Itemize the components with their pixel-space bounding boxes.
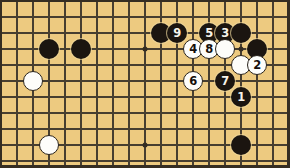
black-stone[interactable]: 9 xyxy=(167,23,187,43)
intersection[interactable] xyxy=(121,137,137,153)
white-stone[interactable] xyxy=(215,39,235,59)
black-stone[interactable]: 7 xyxy=(215,71,235,91)
intersection[interactable] xyxy=(0,73,9,89)
intersection[interactable] xyxy=(89,25,105,41)
intersection[interactable] xyxy=(137,9,153,25)
intersection[interactable] xyxy=(0,105,9,121)
intersection[interactable] xyxy=(73,105,89,121)
intersection[interactable] xyxy=(121,121,137,137)
intersection[interactable] xyxy=(201,89,217,105)
intersection[interactable] xyxy=(137,89,153,105)
intersection[interactable] xyxy=(25,153,41,168)
intersection[interactable] xyxy=(249,73,265,89)
move-number: 8 xyxy=(205,44,213,56)
intersection[interactable] xyxy=(121,25,137,41)
intersection[interactable] xyxy=(105,0,121,9)
intersection[interactable] xyxy=(41,57,57,73)
move-number: 5 xyxy=(205,28,213,40)
intersection[interactable] xyxy=(9,57,25,73)
intersection[interactable] xyxy=(265,105,281,121)
intersection[interactable] xyxy=(57,9,73,25)
move-number: 4 xyxy=(189,44,197,56)
intersection[interactable] xyxy=(57,105,73,121)
intersection[interactable] xyxy=(249,153,265,168)
black-stone[interactable] xyxy=(231,135,251,155)
intersection[interactable] xyxy=(201,121,217,137)
intersection[interactable] xyxy=(25,25,41,41)
intersection[interactable] xyxy=(121,9,137,25)
intersection[interactable] xyxy=(217,41,233,57)
intersection[interactable] xyxy=(57,25,73,41)
intersection[interactable] xyxy=(121,73,137,89)
intersection[interactable] xyxy=(89,89,105,105)
intersection[interactable] xyxy=(265,121,281,137)
intersection[interactable] xyxy=(89,0,105,9)
black-stone[interactable]: 1 xyxy=(231,87,251,107)
intersection[interactable] xyxy=(249,89,265,105)
intersection[interactable] xyxy=(105,121,121,137)
intersection[interactable]: 2 xyxy=(249,57,265,73)
white-stone[interactable] xyxy=(23,71,43,91)
intersection[interactable] xyxy=(281,153,290,168)
move-number: 9 xyxy=(173,28,181,40)
intersection[interactable] xyxy=(9,41,25,57)
intersection[interactable] xyxy=(57,121,73,137)
move-number: 3 xyxy=(221,28,229,40)
intersection[interactable] xyxy=(249,105,265,121)
intersection[interactable] xyxy=(281,25,290,41)
intersection[interactable] xyxy=(25,105,41,121)
intersection[interactable] xyxy=(9,25,25,41)
intersection[interactable] xyxy=(105,137,121,153)
intersection[interactable] xyxy=(281,121,290,137)
intersection[interactable] xyxy=(265,9,281,25)
intersection[interactable] xyxy=(9,0,25,9)
intersection[interactable] xyxy=(105,25,121,41)
intersection[interactable] xyxy=(185,89,201,105)
intersection[interactable] xyxy=(57,137,73,153)
intersection[interactable] xyxy=(153,0,169,9)
intersection[interactable] xyxy=(137,0,153,9)
intersection[interactable] xyxy=(153,89,169,105)
intersection[interactable] xyxy=(73,153,89,168)
move-number: 1 xyxy=(237,92,245,104)
intersection[interactable] xyxy=(0,25,9,41)
intersection[interactable] xyxy=(0,41,9,57)
black-stone[interactable] xyxy=(39,39,59,59)
white-stone[interactable]: 6 xyxy=(183,71,203,91)
intersection[interactable] xyxy=(89,57,105,73)
intersection[interactable] xyxy=(121,57,137,73)
intersection[interactable] xyxy=(89,121,105,137)
intersection[interactable] xyxy=(41,105,57,121)
intersection[interactable] xyxy=(0,137,9,153)
intersection[interactable] xyxy=(265,89,281,105)
black-stone[interactable] xyxy=(71,39,91,59)
intersection[interactable] xyxy=(73,73,89,89)
intersection[interactable] xyxy=(233,0,249,9)
intersection[interactable] xyxy=(41,73,57,89)
intersection[interactable] xyxy=(121,89,137,105)
intersection[interactable] xyxy=(105,153,121,168)
intersection[interactable] xyxy=(169,57,185,73)
intersection[interactable]: 9 xyxy=(169,25,185,41)
white-stone[interactable]: 2 xyxy=(247,55,267,75)
move-number: 6 xyxy=(189,76,197,88)
intersection[interactable] xyxy=(89,9,105,25)
intersection[interactable] xyxy=(121,0,137,9)
intersection[interactable] xyxy=(217,153,233,168)
intersection[interactable] xyxy=(89,41,105,57)
intersection[interactable] xyxy=(249,137,265,153)
intersection[interactable] xyxy=(9,137,25,153)
intersection[interactable] xyxy=(73,137,89,153)
intersection[interactable] xyxy=(249,0,265,9)
go-diagram: 953482671 xyxy=(0,0,290,168)
intersection[interactable] xyxy=(201,105,217,121)
intersection[interactable] xyxy=(153,121,169,137)
intersection[interactable] xyxy=(169,153,185,168)
intersection[interactable] xyxy=(265,25,281,41)
intersection[interactable] xyxy=(41,153,57,168)
intersection[interactable] xyxy=(0,57,9,73)
intersection[interactable] xyxy=(233,105,249,121)
intersection[interactable] xyxy=(41,137,57,153)
intersection[interactable] xyxy=(9,9,25,25)
intersection[interactable] xyxy=(89,137,105,153)
intersection[interactable] xyxy=(105,73,121,89)
intersection[interactable] xyxy=(0,121,9,137)
intersection[interactable] xyxy=(185,9,201,25)
intersection[interactable] xyxy=(57,0,73,9)
intersection[interactable] xyxy=(137,57,153,73)
intersection[interactable] xyxy=(201,57,217,73)
intersection[interactable] xyxy=(25,73,41,89)
intersection[interactable] xyxy=(281,137,290,153)
move-number: 7 xyxy=(221,76,229,88)
intersection[interactable] xyxy=(73,89,89,105)
intersection[interactable] xyxy=(217,0,233,9)
intersection[interactable] xyxy=(153,105,169,121)
intersection[interactable] xyxy=(41,9,57,25)
intersection[interactable] xyxy=(89,73,105,89)
intersection[interactable] xyxy=(233,25,249,41)
intersection[interactable] xyxy=(57,153,73,168)
intersection[interactable] xyxy=(89,105,105,121)
intersection[interactable] xyxy=(25,9,41,25)
intersection[interactable] xyxy=(0,0,9,9)
intersection[interactable]: 6 xyxy=(185,73,201,89)
intersection[interactable] xyxy=(265,41,281,57)
black-stone[interactable] xyxy=(231,23,251,43)
intersection[interactable] xyxy=(217,121,233,137)
intersection[interactable] xyxy=(185,0,201,9)
intersection[interactable] xyxy=(169,105,185,121)
intersection[interactable] xyxy=(9,89,25,105)
intersection[interactable] xyxy=(265,57,281,73)
intersection[interactable] xyxy=(25,121,41,137)
intersection[interactable] xyxy=(233,137,249,153)
intersection[interactable] xyxy=(153,137,169,153)
intersection[interactable] xyxy=(41,41,57,57)
intersection[interactable] xyxy=(73,0,89,9)
intersection[interactable] xyxy=(137,137,153,153)
intersection[interactable] xyxy=(137,41,153,57)
intersection[interactable] xyxy=(169,121,185,137)
intersection[interactable] xyxy=(137,105,153,121)
intersection[interactable] xyxy=(169,89,185,105)
intersection[interactable] xyxy=(265,153,281,168)
intersection[interactable] xyxy=(73,9,89,25)
intersection[interactable] xyxy=(121,153,137,168)
intersection[interactable] xyxy=(153,73,169,89)
intersection[interactable] xyxy=(25,89,41,105)
intersection[interactable] xyxy=(121,41,137,57)
intersection[interactable] xyxy=(73,57,89,73)
intersection[interactable] xyxy=(281,105,290,121)
intersection[interactable] xyxy=(9,105,25,121)
intersection[interactable] xyxy=(185,121,201,137)
intersection[interactable] xyxy=(153,57,169,73)
intersection[interactable] xyxy=(169,0,185,9)
intersection[interactable] xyxy=(137,153,153,168)
move-number: 2 xyxy=(253,60,261,72)
intersection[interactable] xyxy=(169,137,185,153)
intersection[interactable] xyxy=(105,89,121,105)
intersection[interactable] xyxy=(0,9,9,25)
intersection[interactable] xyxy=(281,0,290,9)
intersection[interactable] xyxy=(9,121,25,137)
intersection[interactable] xyxy=(121,105,137,121)
intersection[interactable] xyxy=(0,153,9,168)
white-stone[interactable] xyxy=(39,135,59,155)
intersection[interactable] xyxy=(57,73,73,89)
star-point xyxy=(239,47,244,52)
intersection[interactable]: 7 xyxy=(217,73,233,89)
intersection[interactable] xyxy=(105,41,121,57)
intersection[interactable] xyxy=(57,89,73,105)
intersection[interactable]: 1 xyxy=(233,89,249,105)
intersection[interactable] xyxy=(41,0,57,9)
star-point xyxy=(143,143,148,148)
intersection[interactable] xyxy=(153,153,169,168)
intersection[interactable] xyxy=(153,41,169,57)
intersection[interactable] xyxy=(281,9,290,25)
intersection[interactable] xyxy=(201,0,217,9)
intersection[interactable] xyxy=(41,89,57,105)
star-point xyxy=(143,47,148,52)
intersection[interactable] xyxy=(265,0,281,9)
intersection[interactable] xyxy=(73,41,89,57)
intersection[interactable] xyxy=(249,9,265,25)
intersection[interactable] xyxy=(281,89,290,105)
intersection[interactable] xyxy=(105,57,121,73)
intersection[interactable] xyxy=(0,89,9,105)
intersection[interactable] xyxy=(9,153,25,168)
intersection[interactable] xyxy=(105,105,121,121)
intersection[interactable] xyxy=(73,121,89,137)
intersection[interactable] xyxy=(137,121,153,137)
intersection[interactable] xyxy=(185,105,201,121)
intersection[interactable] xyxy=(265,137,281,153)
intersection[interactable] xyxy=(89,153,105,168)
board-grid: 953482671 xyxy=(0,0,290,168)
intersection[interactable] xyxy=(281,73,290,89)
intersection[interactable] xyxy=(57,57,73,73)
intersection[interactable] xyxy=(265,73,281,89)
intersection[interactable] xyxy=(25,0,41,9)
intersection[interactable] xyxy=(201,137,217,153)
intersection[interactable] xyxy=(137,73,153,89)
intersection[interactable] xyxy=(249,121,265,137)
intersection[interactable] xyxy=(233,153,249,168)
intersection[interactable] xyxy=(281,57,290,73)
intersection[interactable] xyxy=(185,137,201,153)
intersection[interactable] xyxy=(185,153,201,168)
intersection[interactable] xyxy=(105,9,121,25)
intersection[interactable] xyxy=(281,41,290,57)
intersection[interactable] xyxy=(201,153,217,168)
intersection[interactable] xyxy=(217,105,233,121)
